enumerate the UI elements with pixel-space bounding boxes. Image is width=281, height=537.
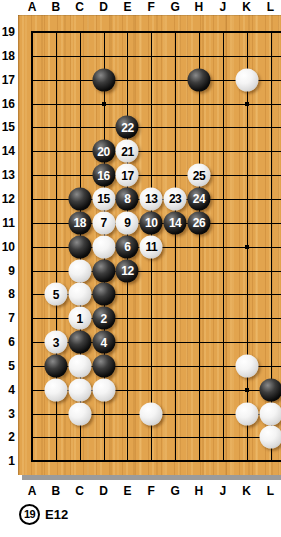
move-number: 2 <box>100 312 106 324</box>
move-number: 11 <box>145 241 157 253</box>
col-label-bottom-h: H <box>195 484 204 498</box>
move-number: 26 <box>193 217 205 229</box>
stone-white-f12-move-13: 13 <box>140 187 163 210</box>
col-label-top-c: C <box>75 0 84 14</box>
col-label-top-j: J <box>219 0 226 14</box>
stone-black-b5 <box>44 354 67 377</box>
col-label-bottom-g: G <box>170 484 179 498</box>
stone-white-d10 <box>92 235 115 258</box>
move-number: 9 <box>124 217 130 229</box>
move-number: 23 <box>169 193 181 205</box>
stone-black-h12-move-24: 24 <box>187 187 210 210</box>
move-number: 10 <box>145 217 157 229</box>
stone-white-e13-move-17: 17 <box>116 164 139 187</box>
row-label-5: 5 <box>0 359 15 373</box>
star-point-k16 <box>245 102 249 106</box>
go-kifu-diagram: AABBCCDDEEFFGGHHJJKKLL191817161514131211… <box>0 0 281 537</box>
col-label-bottom-j: J <box>219 484 226 498</box>
move-number: 17 <box>121 169 133 181</box>
move-caption: 19 E12 <box>19 503 68 525</box>
stone-white-k17 <box>235 68 258 91</box>
stone-white-e11-move-9: 9 <box>116 211 139 234</box>
stone-white-c5 <box>68 354 91 377</box>
stone-white-k3 <box>235 402 258 425</box>
row-label-19: 19 <box>0 25 15 39</box>
row-label-8: 8 <box>0 287 15 301</box>
stone-black-d13-move-16: 16 <box>92 164 115 187</box>
move-19-white-stone-symbol: 19 <box>19 504 40 525</box>
stone-white-c7-move-1: 1 <box>68 307 91 330</box>
move-number: 15 <box>97 193 109 205</box>
col-label-bottom-f: F <box>148 484 155 498</box>
stone-white-e14-move-21: 21 <box>116 140 139 163</box>
move-number: 18 <box>74 217 86 229</box>
col-label-top-g: G <box>170 0 179 14</box>
move-number: 1 <box>77 312 83 324</box>
stone-white-b4 <box>44 378 67 401</box>
stone-black-d7-move-2: 2 <box>92 307 115 330</box>
move-number: 22 <box>121 121 133 133</box>
row-label-4: 4 <box>0 383 15 397</box>
row-label-17: 17 <box>0 73 15 87</box>
stone-white-c4 <box>68 378 91 401</box>
move-number: 16 <box>97 169 109 181</box>
stone-black-d5 <box>92 354 115 377</box>
stone-black-h11-move-26: 26 <box>187 211 210 234</box>
stone-black-e12-move-8: 8 <box>116 187 139 210</box>
stone-white-c9 <box>68 259 91 282</box>
stone-white-c3 <box>68 402 91 425</box>
move-number: 5 <box>53 288 59 300</box>
stone-black-e10-move-6: 6 <box>116 235 139 258</box>
col-label-bottom-b: B <box>52 484 61 498</box>
move-19-coordinate: E12 <box>45 507 68 522</box>
stone-white-b8-move-5: 5 <box>44 283 67 306</box>
move-number: 24 <box>193 193 205 205</box>
star-point-k10 <box>245 245 249 249</box>
row-label-1: 1 <box>0 454 15 468</box>
stone-white-d12-move-15: 15 <box>92 187 115 210</box>
stone-white-f10-move-11: 11 <box>140 235 163 258</box>
row-label-15: 15 <box>0 120 15 134</box>
row-label-2: 2 <box>0 430 15 444</box>
col-label-bottom-l: L <box>267 484 274 498</box>
col-label-top-a: A <box>28 0 37 14</box>
row-label-11: 11 <box>0 216 15 230</box>
row-label-7: 7 <box>0 311 15 325</box>
move-number: 20 <box>97 145 109 157</box>
row-label-13: 13 <box>0 168 15 182</box>
col-label-top-f: F <box>148 0 155 14</box>
stone-black-d9 <box>92 259 115 282</box>
row-label-6: 6 <box>0 335 15 349</box>
col-label-top-b: B <box>52 0 61 14</box>
move-number: 13 <box>145 193 157 205</box>
row-label-3: 3 <box>0 407 15 421</box>
move-number: 7 <box>100 217 106 229</box>
stone-white-d4 <box>92 378 115 401</box>
stone-white-c8 <box>68 283 91 306</box>
col-label-bottom-e: E <box>123 484 131 498</box>
stone-white-g12-move-23: 23 <box>164 187 187 210</box>
stone-white-h13-move-25: 25 <box>187 164 210 187</box>
stone-black-l4 <box>259 378 281 401</box>
stone-black-d14-move-20: 20 <box>92 140 115 163</box>
stone-black-g11-move-14: 14 <box>164 211 187 234</box>
col-label-top-e: E <box>123 0 131 14</box>
move-number: 12 <box>121 265 133 277</box>
stone-black-d17 <box>92 68 115 91</box>
stone-white-d11-move-7: 7 <box>92 211 115 234</box>
stone-black-e9-move-12: 12 <box>116 259 139 282</box>
col-label-bottom-c: C <box>75 484 84 498</box>
row-label-16: 16 <box>0 97 15 111</box>
stone-white-f3 <box>140 402 163 425</box>
stone-white-l3 <box>259 402 281 425</box>
move-number: 25 <box>193 169 205 181</box>
move-number: 14 <box>169 217 181 229</box>
row-label-10: 10 <box>0 240 15 254</box>
col-label-top-h: H <box>195 0 204 14</box>
col-label-top-d: D <box>99 0 108 14</box>
move-number: 21 <box>121 145 133 157</box>
row-label-9: 9 <box>0 264 15 278</box>
stone-black-f11-move-10: 10 <box>140 211 163 234</box>
col-label-top-k: K <box>242 0 251 14</box>
stone-white-b6-move-3: 3 <box>44 331 67 354</box>
star-point-d16 <box>102 102 106 106</box>
stone-black-e15-move-22: 22 <box>116 116 139 139</box>
board-drop-shadow <box>22 475 281 480</box>
stone-black-c12 <box>68 187 91 210</box>
move-number: 4 <box>100 336 106 348</box>
stone-black-d8 <box>92 283 115 306</box>
stone-black-c10 <box>68 235 91 258</box>
row-label-14: 14 <box>0 144 15 158</box>
col-label-bottom-d: D <box>99 484 108 498</box>
stone-white-l2 <box>259 426 281 449</box>
move-number: 6 <box>124 241 130 253</box>
stone-black-h17 <box>187 68 210 91</box>
col-label-top-l: L <box>267 0 274 14</box>
stone-black-d6-move-4: 4 <box>92 331 115 354</box>
stone-black-c11-move-18: 18 <box>68 211 91 234</box>
col-label-bottom-k: K <box>242 484 251 498</box>
move-number: 3 <box>53 336 59 348</box>
stone-black-c6 <box>68 331 91 354</box>
stone-white-k5 <box>235 354 258 377</box>
row-label-18: 18 <box>0 49 15 63</box>
star-point-k4 <box>245 388 249 392</box>
row-label-12: 12 <box>0 192 15 206</box>
col-label-bottom-a: A <box>28 484 37 498</box>
move-number: 8 <box>124 193 130 205</box>
